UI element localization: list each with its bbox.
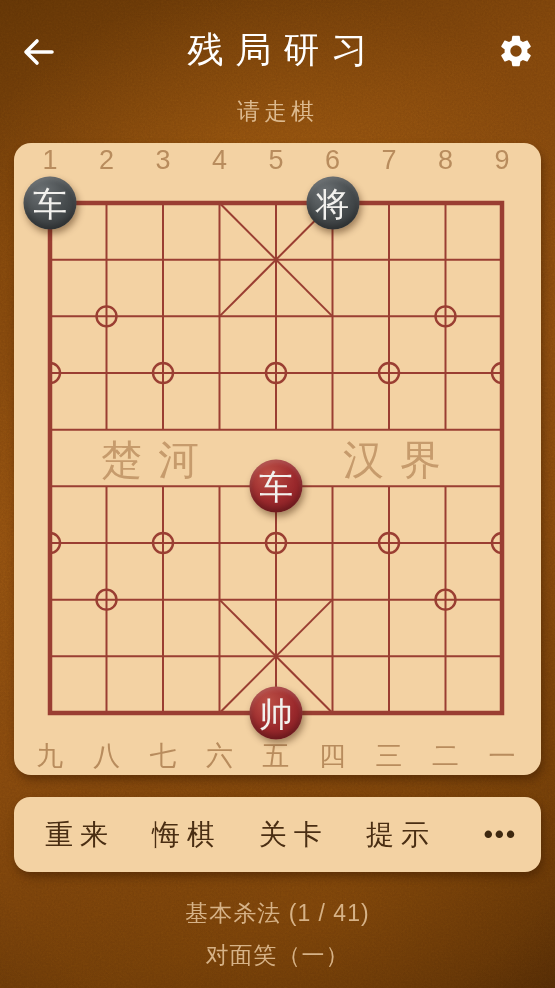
file-label-bottom-6: 四 bbox=[319, 743, 346, 770]
file-label-top-7: 7 bbox=[381, 147, 396, 174]
river-label-left: 楚河 bbox=[85, 433, 215, 488]
file-label-bottom-9: 一 bbox=[489, 743, 516, 770]
toolbar-button-悔棋[interactable]: 悔棋 bbox=[145, 816, 222, 854]
file-label-bottom-3: 七 bbox=[150, 743, 177, 770]
more-button[interactable]: ••• bbox=[484, 819, 517, 850]
file-label-top-5: 5 bbox=[268, 147, 283, 174]
file-label-top-6: 6 bbox=[325, 147, 340, 174]
file-label-top-2: 2 bbox=[99, 147, 114, 174]
file-label-bottom-5: 五 bbox=[263, 743, 290, 770]
file-label-bottom-2: 八 bbox=[93, 743, 120, 770]
toolbar-button-重来[interactable]: 重来 bbox=[38, 816, 115, 854]
piece-glyph: 帅 bbox=[259, 696, 293, 730]
black-piece-将[interactable]: 将 bbox=[306, 177, 359, 230]
toolbar-buttons: 重来悔棋关卡提示 bbox=[38, 816, 436, 854]
file-label-top-3: 3 bbox=[155, 147, 170, 174]
header: 残局研习 bbox=[0, 0, 555, 90]
level-name-label: 对面笑（一） bbox=[0, 940, 555, 971]
black-piece-车[interactable]: 车 bbox=[24, 177, 77, 230]
file-label-top-9: 9 bbox=[494, 147, 509, 174]
piece-glyph: 车 bbox=[259, 469, 293, 503]
piece-glyph: 车 bbox=[33, 186, 67, 220]
river-label-right: 汉界 bbox=[327, 433, 457, 488]
toolbar-button-提示[interactable]: 提示 bbox=[359, 816, 436, 854]
gear-icon bbox=[497, 32, 535, 70]
file-label-bottom-8: 二 bbox=[432, 743, 459, 770]
xiangqi-board[interactable]: 123456789 九八七六五四三二一 楚河 汉界 车将车帅 bbox=[14, 143, 541, 775]
file-label-top-8: 8 bbox=[438, 147, 453, 174]
file-label-bottom-1: 九 bbox=[37, 743, 64, 770]
file-label-bottom-4: 六 bbox=[206, 743, 233, 770]
app-screen: 残局研习 请走棋 123456789 九八七六五四三二一 楚河 汉界 车将车帅 … bbox=[0, 0, 555, 988]
red-piece-帅[interactable]: 帅 bbox=[250, 687, 303, 740]
piece-glyph: 将 bbox=[316, 186, 350, 220]
toolbar-button-关卡[interactable]: 关卡 bbox=[252, 816, 329, 854]
red-piece-车[interactable]: 车 bbox=[250, 460, 303, 513]
bottom-toolbar: 重来悔棋关卡提示 ••• bbox=[14, 797, 541, 872]
level-set-label: 基本杀法 (1 / 41) bbox=[0, 898, 555, 929]
status-text: 请走棋 bbox=[0, 96, 555, 127]
file-label-bottom-7: 三 bbox=[376, 743, 403, 770]
file-label-top-4: 4 bbox=[212, 147, 227, 174]
footer: 基本杀法 (1 / 41) 对面笑（一） bbox=[0, 898, 555, 971]
file-label-top-1: 1 bbox=[42, 147, 57, 174]
settings-button[interactable] bbox=[496, 32, 536, 72]
page-title: 残局研习 bbox=[0, 26, 555, 75]
